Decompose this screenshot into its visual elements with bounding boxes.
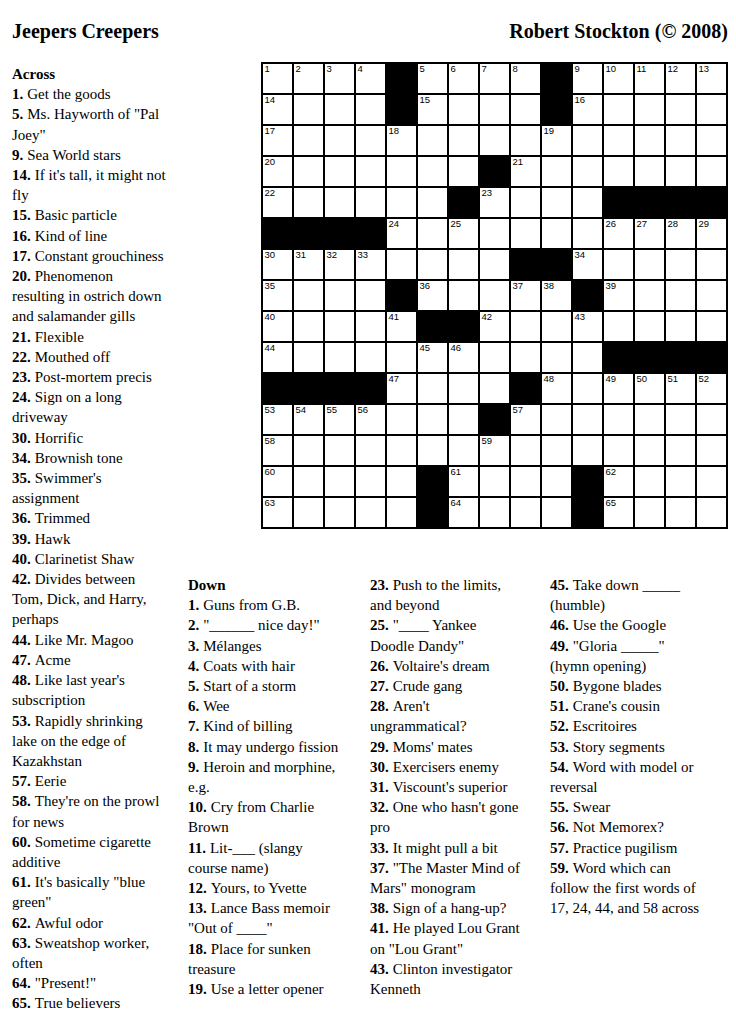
cell-r9c3[interactable] — [325, 312, 354, 341]
down-clue-50: 50.Bygone blades — [550, 676, 734, 696]
cell-r8c2[interactable] — [294, 281, 323, 310]
cell-r7c14[interactable] — [666, 250, 695, 279]
cell-r13c15[interactable] — [697, 436, 726, 465]
cell-r3c7[interactable] — [449, 126, 478, 155]
cell-r11c7[interactable] — [449, 374, 478, 403]
cell-r1c7[interactable]: 6 — [449, 64, 478, 93]
cell-number: 32 — [327, 250, 338, 260]
cell-r3c9[interactable] — [511, 126, 540, 155]
cell-r9c12[interactable] — [604, 312, 633, 341]
cell-number: 10 — [606, 64, 617, 74]
clue-number: 43. — [370, 961, 389, 977]
black-cell — [635, 188, 664, 217]
clue-text: Constant grouchiness — [35, 248, 164, 264]
cell-r2c4[interactable] — [356, 95, 385, 124]
across-clue-53: 53.Rapidly shrinking lake on the edge of… — [12, 711, 184, 772]
cell-r14c7[interactable]: 61 — [449, 467, 478, 496]
down-clue-43: 43.Clinton investigator Kenneth — [370, 959, 546, 999]
cell-r6c5[interactable]: 24 — [387, 219, 416, 248]
cell-r14c1[interactable]: 60 — [263, 467, 292, 496]
cell-r1c8[interactable]: 7 — [480, 64, 509, 93]
cell-r3c15[interactable] — [697, 126, 726, 155]
cell-r3c5[interactable]: 18 — [387, 126, 416, 155]
cell-r5c9[interactable] — [511, 188, 540, 217]
cell-r13c8[interactable]: 59 — [480, 436, 509, 465]
cell-r13c14[interactable] — [666, 436, 695, 465]
cell-r15c1[interactable]: 63 — [263, 498, 292, 527]
clue-number: 37. — [370, 860, 389, 876]
cell-r7c4[interactable]: 33 — [356, 250, 385, 279]
cell-r8c4[interactable] — [356, 281, 385, 310]
clue-number: 47. — [12, 652, 31, 668]
cell-r1c9[interactable]: 8 — [511, 64, 540, 93]
cell-r3c4[interactable] — [356, 126, 385, 155]
across-clue-16: 16.Kind of line — [12, 226, 184, 246]
cell-r15c5[interactable] — [387, 498, 416, 527]
cell-r12c14[interactable] — [666, 405, 695, 434]
cell-number: 2 — [296, 64, 301, 74]
cell-r14c4[interactable] — [356, 467, 385, 496]
cell-r12c11[interactable] — [573, 405, 602, 434]
cell-r2c8[interactable] — [480, 95, 509, 124]
cell-r10c4[interactable] — [356, 343, 385, 372]
cell-r14c8[interactable] — [480, 467, 509, 496]
cell-r9c15[interactable] — [697, 312, 726, 341]
cell-r3c8[interactable] — [480, 126, 509, 155]
cell-r6c9[interactable] — [511, 219, 540, 248]
cell-number: 24 — [389, 219, 400, 229]
cell-r12c4[interactable]: 56 — [356, 405, 385, 434]
cell-r15c12[interactable]: 65 — [604, 498, 633, 527]
clue-text: Post-mortem precis — [35, 369, 152, 385]
cell-r7c15[interactable] — [697, 250, 726, 279]
cell-number: 54 — [296, 405, 307, 415]
down-clue-27: 27.Crude gang — [370, 676, 546, 696]
cell-r7c5[interactable] — [387, 250, 416, 279]
cell-r15c8[interactable] — [480, 498, 509, 527]
cell-r4c7[interactable] — [449, 157, 478, 186]
cell-r10c5[interactable] — [387, 343, 416, 372]
cell-r10c3[interactable] — [325, 343, 354, 372]
clue-text: If it's tall, it might not fly — [12, 167, 166, 203]
clue-number: 51. — [550, 698, 569, 714]
cell-r7c13[interactable] — [635, 250, 664, 279]
cell-r11c6[interactable] — [418, 374, 447, 403]
across-clue-42: 42.Divides between Tom, Dick, and Harry,… — [12, 569, 184, 630]
cell-r15c4[interactable] — [356, 498, 385, 527]
clue-number: 55. — [550, 799, 569, 815]
cell-r13c7[interactable] — [449, 436, 478, 465]
cell-r1c2[interactable]: 2 — [294, 64, 323, 93]
clue-number: 9. — [12, 147, 23, 163]
cell-r14c3[interactable] — [325, 467, 354, 496]
cell-r15c9[interactable] — [511, 498, 540, 527]
cell-r2c9[interactable] — [511, 95, 540, 124]
clue-text: He played Lou Grant on "Lou Grant" — [370, 920, 520, 956]
cell-r11c13[interactable]: 50 — [635, 374, 664, 403]
black-cell — [387, 281, 416, 310]
across-clue-23: 23.Post-mortem precis — [12, 367, 184, 387]
clue-number: 1. — [12, 86, 23, 102]
cell-r7c12[interactable] — [604, 250, 633, 279]
cell-r11c11[interactable] — [573, 374, 602, 403]
clue-text: Eerie — [35, 773, 67, 789]
across-heading: Across — [12, 64, 184, 84]
down-clue-23: 23.Push to the limits, and beyond — [370, 575, 546, 615]
cell-r2c7[interactable] — [449, 95, 478, 124]
across-clue-9: 9.Sea World stars — [12, 145, 184, 165]
cell-r12c10[interactable] — [542, 405, 571, 434]
cell-r3c11[interactable] — [573, 126, 602, 155]
cell-r10c10[interactable] — [542, 343, 571, 372]
cell-number: 57 — [513, 405, 524, 415]
cell-r5c8[interactable]: 23 — [480, 188, 509, 217]
cell-r13c2[interactable] — [294, 436, 323, 465]
cell-r7c11[interactable]: 34 — [573, 250, 602, 279]
cell-r2c1[interactable]: 14 — [263, 95, 292, 124]
cell-number: 58 — [265, 436, 276, 446]
cell-r9c1[interactable]: 40 — [263, 312, 292, 341]
cell-r12c9[interactable]: 57 — [511, 405, 540, 434]
clue-text: Word with model or reversal — [550, 759, 694, 795]
cell-r15c3[interactable] — [325, 498, 354, 527]
across-clue-60: 60.Sometime cigarette additive — [12, 832, 184, 872]
cell-r1c1[interactable]: 1 — [263, 64, 292, 93]
cell-r11c10[interactable]: 48 — [542, 374, 571, 403]
across-clue-36: 36.Trimmed — [12, 508, 184, 528]
cell-r2c11[interactable]: 16 — [573, 95, 602, 124]
cell-r15c15[interactable] — [697, 498, 726, 527]
cell-r6c6[interactable] — [418, 219, 447, 248]
cell-r8c1[interactable]: 35 — [263, 281, 292, 310]
cell-r4c10[interactable] — [542, 157, 571, 186]
clue-number: 36. — [12, 510, 31, 526]
cell-number: 11 — [637, 64, 647, 74]
cell-r3c13[interactable] — [635, 126, 664, 155]
black-cell — [542, 64, 571, 93]
across-clue-63: 63.Sweatshop worker, often — [12, 933, 184, 973]
cell-r10c2[interactable] — [294, 343, 323, 372]
cell-r2c3[interactable] — [325, 95, 354, 124]
cell-r4c12[interactable] — [604, 157, 633, 186]
cell-r12c5[interactable] — [387, 405, 416, 434]
cell-r13c4[interactable] — [356, 436, 385, 465]
cell-r1c12[interactable]: 10 — [604, 64, 633, 93]
cell-r9c8[interactable]: 42 — [480, 312, 509, 341]
cell-r15c7[interactable]: 64 — [449, 498, 478, 527]
across-clue-44: 44.Like Mr. Magoo — [12, 630, 184, 650]
cell-r13c12[interactable] — [604, 436, 633, 465]
cell-r15c13[interactable] — [635, 498, 664, 527]
cell-r14c2[interactable] — [294, 467, 323, 496]
cell-r5c5[interactable] — [387, 188, 416, 217]
clue-number: 16. — [12, 228, 31, 244]
cell-number: 64 — [451, 498, 462, 508]
cell-number: 61 — [451, 467, 462, 477]
cell-r7c8[interactable] — [480, 250, 509, 279]
cell-r1c15[interactable]: 13 — [697, 64, 726, 93]
clue-number: 19. — [188, 981, 207, 997]
clue-number: 11. — [188, 840, 206, 856]
clue-text: "______ nice day!" — [203, 617, 319, 633]
cell-r6c8[interactable] — [480, 219, 509, 248]
cell-number: 29 — [699, 219, 710, 229]
clue-text: Kind of billing — [203, 718, 292, 734]
clue-text: "Present!" — [35, 975, 96, 991]
cell-r5c4[interactable] — [356, 188, 385, 217]
across-clue-62: 62.Awful odor — [12, 913, 184, 933]
cell-r13c3[interactable] — [325, 436, 354, 465]
cell-r2c12[interactable] — [604, 95, 633, 124]
down-clue-8: 8.It may undergo fission — [188, 737, 364, 757]
cell-r7c6[interactable] — [418, 250, 447, 279]
clue-text: Rapidly shrinking lake on the edge of Ka… — [12, 713, 143, 769]
black-cell — [697, 343, 726, 372]
black-cell — [263, 374, 292, 403]
cell-r4c15[interactable] — [697, 157, 726, 186]
cell-r1c13[interactable]: 11 — [635, 64, 664, 93]
cell-r4c2[interactable] — [294, 157, 323, 186]
clue-text: Lance Bass memoir "Out of ____" — [188, 900, 330, 936]
clue-text: Ms. Hayworth of "Pal Joey" — [12, 106, 159, 142]
cell-r8c9[interactable]: 37 — [511, 281, 540, 310]
clue-number: 53. — [12, 713, 31, 729]
cell-r1c3[interactable]: 3 — [325, 64, 354, 93]
cell-r3c6[interactable] — [418, 126, 447, 155]
clue-number: 5. — [12, 106, 23, 122]
cell-r4c9[interactable]: 21 — [511, 157, 540, 186]
cell-r8c14[interactable] — [666, 281, 695, 310]
across-clue-48: 48.Like last year's subscription — [12, 670, 184, 710]
cell-r4c1[interactable]: 20 — [263, 157, 292, 186]
cell-r4c3[interactable] — [325, 157, 354, 186]
cell-r10c9[interactable] — [511, 343, 540, 372]
cell-r9c5[interactable]: 41 — [387, 312, 416, 341]
cell-r10c11[interactable] — [573, 343, 602, 372]
cell-r6c10[interactable] — [542, 219, 571, 248]
cell-r5c6[interactable] — [418, 188, 447, 217]
cell-r14c9[interactable] — [511, 467, 540, 496]
clue-number: 22. — [12, 349, 31, 365]
clue-text: Viscount's superior — [393, 779, 508, 795]
cell-r14c13[interactable] — [635, 467, 664, 496]
cell-r13c13[interactable] — [635, 436, 664, 465]
clue-number: 63. — [12, 935, 31, 951]
cell-r6c14[interactable]: 28 — [666, 219, 695, 248]
cell-r4c6[interactable] — [418, 157, 447, 186]
clue-text: Sweatshop worker, often — [12, 935, 149, 971]
down-clue-37: 37."The Master Mind of Mars" monogram — [370, 858, 546, 898]
cell-r3c2[interactable] — [294, 126, 323, 155]
down-clue-53: 53.Story segments — [550, 737, 734, 757]
cell-r5c2[interactable] — [294, 188, 323, 217]
cell-number: 38 — [544, 281, 555, 291]
cell-r14c14[interactable] — [666, 467, 695, 496]
cell-r6c15[interactable]: 29 — [697, 219, 726, 248]
cell-r2c13[interactable] — [635, 95, 664, 124]
cell-r10c7[interactable]: 46 — [449, 343, 478, 372]
clue-number: 42. — [12, 571, 31, 587]
cell-number: 63 — [265, 498, 276, 508]
cell-r3c12[interactable] — [604, 126, 633, 155]
cell-number: 62 — [606, 467, 617, 477]
cell-r12c3[interactable]: 55 — [325, 405, 354, 434]
cell-r11c15[interactable]: 52 — [697, 374, 726, 403]
down-clue-54: 54.Word with model or reversal — [550, 757, 734, 797]
down-clue-30: 30.Exercisers enemy — [370, 757, 546, 777]
cell-r11c12[interactable]: 49 — [604, 374, 633, 403]
clue-number: 30. — [370, 759, 389, 775]
cell-r7c3[interactable]: 32 — [325, 250, 354, 279]
cell-r12c7[interactable] — [449, 405, 478, 434]
cell-number: 31 — [296, 250, 307, 260]
cell-r3c1[interactable]: 17 — [263, 126, 292, 155]
cell-r6c12[interactable]: 26 — [604, 219, 633, 248]
cell-r15c2[interactable] — [294, 498, 323, 527]
cell-r6c13[interactable]: 27 — [635, 219, 664, 248]
cell-r5c3[interactable] — [325, 188, 354, 217]
clue-text: Clinton investigator Kenneth — [370, 961, 512, 997]
cell-r2c15[interactable] — [697, 95, 726, 124]
cell-r15c14[interactable] — [666, 498, 695, 527]
cell-r4c4[interactable] — [356, 157, 385, 186]
cell-r8c10[interactable]: 38 — [542, 281, 571, 310]
cell-number: 9 — [575, 64, 580, 74]
cell-r1c14[interactable]: 12 — [666, 64, 695, 93]
cell-r13c10[interactable] — [542, 436, 571, 465]
cell-r2c14[interactable] — [666, 95, 695, 124]
cell-r7c2[interactable]: 31 — [294, 250, 323, 279]
cell-number: 27 — [637, 219, 648, 229]
cell-number: 5 — [420, 64, 425, 74]
cell-number: 3 — [327, 64, 332, 74]
clue-number: 30. — [12, 430, 31, 446]
cell-number: 13 — [699, 64, 710, 74]
cell-r7c1[interactable]: 30 — [263, 250, 292, 279]
black-cell — [511, 250, 540, 279]
cell-r9c14[interactable] — [666, 312, 695, 341]
cell-r13c5[interactable] — [387, 436, 416, 465]
cell-r12c15[interactable] — [697, 405, 726, 434]
cell-r1c4[interactable]: 4 — [356, 64, 385, 93]
clue-number: 40. — [12, 551, 31, 567]
cell-r4c11[interactable] — [573, 157, 602, 186]
cell-r8c12[interactable]: 39 — [604, 281, 633, 310]
cell-r8c13[interactable] — [635, 281, 664, 310]
cell-r10c8[interactable] — [480, 343, 509, 372]
cell-r2c2[interactable] — [294, 95, 323, 124]
across-clue-65: 65.True believers — [12, 993, 184, 1013]
cell-r8c15[interactable] — [697, 281, 726, 310]
cell-r9c9[interactable] — [511, 312, 540, 341]
cell-r12c12[interactable] — [604, 405, 633, 434]
cell-r8c7[interactable] — [449, 281, 478, 310]
cell-r13c11[interactable] — [573, 436, 602, 465]
cell-r5c11[interactable] — [573, 188, 602, 217]
cell-r14c5[interactable] — [387, 467, 416, 496]
clue-number: 48. — [12, 672, 31, 688]
down-clue-25: 25."____ Yankee Doodle Dandy" — [370, 615, 546, 655]
cell-number: 15 — [420, 95, 431, 105]
cell-r14c15[interactable] — [697, 467, 726, 496]
cell-r14c12[interactable]: 62 — [604, 467, 633, 496]
cell-r13c1[interactable]: 58 — [263, 436, 292, 465]
cell-r8c3[interactable] — [325, 281, 354, 310]
cell-r11c8[interactable] — [480, 374, 509, 403]
cell-r6c7[interactable]: 25 — [449, 219, 478, 248]
clue-text: Not Memorex? — [573, 819, 664, 835]
cell-r7c7[interactable] — [449, 250, 478, 279]
clue-number: 38. — [370, 900, 389, 916]
cell-r3c3[interactable] — [325, 126, 354, 155]
cell-r13c6[interactable] — [418, 436, 447, 465]
cell-number: 49 — [606, 374, 617, 384]
black-cell — [511, 374, 540, 403]
cell-r9c10[interactable] — [542, 312, 571, 341]
clue-number: 57. — [12, 773, 31, 789]
cell-r13c9[interactable] — [511, 436, 540, 465]
cell-number: 37 — [513, 281, 524, 291]
cell-r11c5[interactable]: 47 — [387, 374, 416, 403]
cell-number: 48 — [544, 374, 555, 384]
down-clue-3: 3.Mélanges — [188, 636, 364, 656]
down-clue-11: 11.Lit-___ (slangy course name) — [188, 838, 364, 878]
cell-r3c10[interactable]: 19 — [542, 126, 571, 155]
clue-text: Guns from G.B. — [203, 597, 300, 613]
cell-number: 50 — [637, 374, 648, 384]
cell-r10c6[interactable]: 45 — [418, 343, 447, 372]
across-clue-34: 34.Brownish tone — [12, 448, 184, 468]
cell-r12c13[interactable] — [635, 405, 664, 434]
cell-r4c5[interactable] — [387, 157, 416, 186]
cell-r14c10[interactable] — [542, 467, 571, 496]
cell-r11c14[interactable]: 51 — [666, 374, 695, 403]
down-clue-2: 2."______ nice day!" — [188, 615, 364, 635]
down-clues-column-3: 45.Take down _____ (humble)46.Use the Go… — [550, 575, 734, 918]
cell-r10c1[interactable]: 44 — [263, 343, 292, 372]
cell-r3c14[interactable] — [666, 126, 695, 155]
cell-r4c13[interactable] — [635, 157, 664, 186]
cell-r12c2[interactable]: 54 — [294, 405, 323, 434]
cell-r1c6[interactable]: 5 — [418, 64, 447, 93]
cell-r8c6[interactable]: 36 — [418, 281, 447, 310]
crossword-grid: 1234567891011121314151617181920212223242… — [261, 62, 728, 529]
cell-r5c10[interactable] — [542, 188, 571, 217]
cell-r15c10[interactable] — [542, 498, 571, 527]
cell-r9c4[interactable] — [356, 312, 385, 341]
cell-r8c8[interactable] — [480, 281, 509, 310]
cell-r6c11[interactable] — [573, 219, 602, 248]
clue-number: 49. — [550, 638, 569, 654]
cell-r9c13[interactable] — [635, 312, 664, 341]
cell-r4c14[interactable] — [666, 157, 695, 186]
cell-r12c6[interactable] — [418, 405, 447, 434]
down-clue-29: 29.Moms' mates — [370, 737, 546, 757]
cell-r9c11[interactable]: 43 — [573, 312, 602, 341]
cell-r1c11[interactable]: 9 — [573, 64, 602, 93]
clue-number: 41. — [370, 920, 389, 936]
clue-text: Horrific — [35, 430, 83, 446]
clue-text: They're on the prowl for news — [12, 793, 160, 829]
down-clue-33: 33.It might pull a bit — [370, 838, 546, 858]
cell-r9c2[interactable] — [294, 312, 323, 341]
clue-number: 23. — [12, 369, 31, 385]
down-clue-51: 51.Crane's cousin — [550, 696, 734, 716]
cell-r12c1[interactable]: 53 — [263, 405, 292, 434]
cell-r5c1[interactable]: 22 — [263, 188, 292, 217]
cell-r2c6[interactable]: 15 — [418, 95, 447, 124]
clue-number: 13. — [188, 900, 207, 916]
